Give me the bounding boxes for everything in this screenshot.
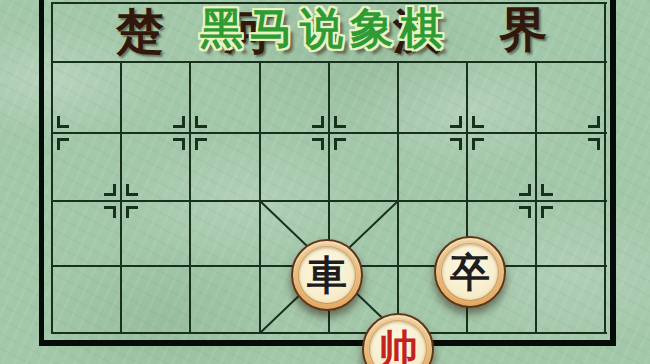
board-border-bottom	[39, 340, 616, 346]
position-marker-bracket	[588, 116, 600, 128]
position-marker-bracket	[334, 116, 346, 128]
position-marker-bracket	[334, 138, 346, 150]
file-line	[189, 61, 191, 334]
position-marker-bracket	[57, 138, 69, 150]
piece-glyph: 卒	[450, 252, 490, 292]
position-marker-bracket	[312, 116, 324, 128]
file-line	[535, 61, 537, 334]
position-marker-bracket	[126, 206, 138, 218]
board-border-left	[39, 0, 44, 346]
position-marker-bracket	[472, 138, 484, 150]
piece-black-e9[interactable]: 車	[291, 239, 363, 311]
file-line	[120, 61, 122, 334]
position-marker-bracket	[519, 206, 531, 218]
river-label-jie: 界	[499, 5, 547, 53]
xiangqi-app: 楚 河 汉 界 黑马说象棋 車卒帅	[0, 0, 650, 364]
channel-watermark-title: 黑马说象棋	[200, 7, 450, 50]
position-marker-bracket	[450, 138, 462, 150]
piece-glyph: 車	[307, 255, 347, 295]
position-marker-bracket	[173, 138, 185, 150]
position-marker-bracket	[541, 206, 553, 218]
position-marker-bracket	[195, 116, 207, 128]
position-marker-bracket	[541, 184, 553, 196]
river-label-chu: 楚	[116, 7, 164, 55]
piece-black-g9[interactable]: 卒	[434, 236, 506, 308]
board-border-right	[610, 0, 616, 346]
file-line	[259, 61, 261, 334]
position-marker-bracket	[450, 116, 462, 128]
piece-face: 車	[299, 247, 355, 303]
file-line	[604, 2, 606, 334]
position-marker-bracket	[312, 138, 324, 150]
piece-glyph: 帅	[378, 329, 418, 364]
position-marker-bracket	[472, 116, 484, 128]
position-marker-bracket	[588, 138, 600, 150]
position-marker-bracket	[126, 184, 138, 196]
xiangqi-board: 楚 河 汉 界 黑马说象棋 車卒帅	[0, 0, 650, 364]
piece-face: 卒	[442, 244, 498, 300]
position-marker-bracket	[173, 116, 185, 128]
position-marker-bracket	[57, 116, 69, 128]
position-marker-bracket	[195, 138, 207, 150]
file-line	[51, 2, 53, 334]
file-line	[397, 61, 399, 334]
position-marker-bracket	[519, 184, 531, 196]
position-marker-bracket	[104, 184, 116, 196]
piece-face: 帅	[370, 321, 426, 364]
position-marker-bracket	[104, 206, 116, 218]
